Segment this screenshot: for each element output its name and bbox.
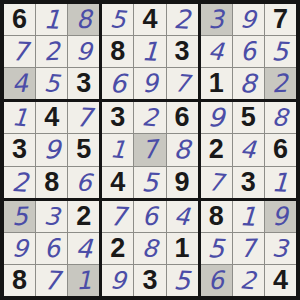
printed-given-digit: 4 <box>44 104 59 131</box>
cell-r7c7: 8 <box>201 201 232 232</box>
cell-r9c6: 5 <box>167 265 198 296</box>
cell-r3c6: 7 <box>167 68 198 99</box>
box-8: 764281935 <box>102 201 197 296</box>
handwritten-digit: 1 <box>109 137 126 163</box>
cell-r9c3: 1 <box>68 265 99 296</box>
cell-r4c7: 9 <box>201 102 232 133</box>
handwritten-digit: 7 <box>43 267 61 294</box>
printed-given-digit: 8 <box>110 38 125 65</box>
cell-r1c5: 4 <box>134 4 165 35</box>
cell-r3c3: 3 <box>68 68 99 99</box>
printed-given-digit: 4 <box>273 267 288 294</box>
cell-r7c6: 4 <box>167 201 198 232</box>
printed-given-digit: 3 <box>241 169 256 196</box>
cell-r7c5: 6 <box>134 201 165 232</box>
cell-r4c4: 3 <box>102 102 133 133</box>
box-7: 532964871 <box>4 201 99 296</box>
handwritten-digit: 5 <box>207 235 225 262</box>
printed-given-digit: 8 <box>44 169 59 196</box>
handwritten-digit: 2 <box>11 169 29 196</box>
cell-r8c2: 6 <box>36 233 67 264</box>
cell-r4c8: 5 <box>233 102 264 133</box>
handwritten-digit: 3 <box>272 236 289 262</box>
handwritten-digit: 2 <box>141 105 158 131</box>
cell-r4c3: 7 <box>68 102 99 133</box>
handwritten-digit: 9 <box>43 137 61 164</box>
cell-r9c5: 3 <box>134 265 165 296</box>
cell-r5c3: 5 <box>68 134 99 165</box>
printed-given-digit: 6 <box>12 6 27 33</box>
cell-r8c5: 8 <box>134 233 165 264</box>
cell-r4c5: 2 <box>134 102 165 133</box>
box-3: 397465182 <box>201 4 296 99</box>
box-5: 326178459 <box>102 102 197 197</box>
cell-r9c9: 4 <box>265 265 296 296</box>
printed-given-digit: 5 <box>241 104 256 131</box>
handwritten-digit: 9 <box>11 236 28 262</box>
cell-r9c7: 6 <box>201 265 232 296</box>
handwritten-digit: 8 <box>173 137 191 164</box>
cell-r5c5: 7 <box>134 134 165 165</box>
printed-given-digit: 7 <box>273 6 288 33</box>
handwritten-digit: 4 <box>207 39 224 65</box>
cell-r2c2: 2 <box>36 36 67 67</box>
handwritten-digit: 1 <box>75 268 92 294</box>
cell-r6c8: 3 <box>233 167 264 198</box>
handwritten-digit: 2 <box>173 6 191 33</box>
handwritten-digit: 1 <box>141 38 159 65</box>
cell-r8c7: 5 <box>201 233 232 264</box>
cell-r6c4: 4 <box>102 167 133 198</box>
cell-r3c9: 2 <box>265 68 296 99</box>
cell-r5c2: 9 <box>36 134 67 165</box>
handwritten-digit: 5 <box>43 71 60 97</box>
cell-r7c4: 7 <box>102 201 133 232</box>
sudoku-board: 6187294535428136973974651821473952863261… <box>0 0 300 300</box>
cell-r6c5: 5 <box>134 167 165 198</box>
handwritten-digit: 6 <box>239 39 257 65</box>
handwritten-digit: 7 <box>141 137 159 163</box>
handwritten-digit: 7 <box>109 203 127 230</box>
cell-r3c8: 8 <box>233 68 264 99</box>
printed-given-digit: 1 <box>209 70 224 97</box>
cell-r5c6: 8 <box>167 134 198 165</box>
cell-r5c8: 4 <box>233 134 264 165</box>
cell-r1c3: 8 <box>68 4 99 35</box>
cell-r6c7: 7 <box>201 167 232 198</box>
cell-r4c6: 6 <box>167 102 198 133</box>
handwritten-digit: 5 <box>271 38 289 65</box>
cell-r9c2: 7 <box>36 265 67 296</box>
cell-r7c8: 1 <box>233 201 264 232</box>
box-4: 147395286 <box>4 102 99 197</box>
cell-r1c7: 3 <box>201 4 232 35</box>
printed-given-digit: 4 <box>110 169 125 196</box>
printed-given-digit: 9 <box>175 169 190 196</box>
box-9: 819573624 <box>201 201 296 296</box>
handwritten-digit: 9 <box>75 39 92 65</box>
handwritten-digit: 4 <box>240 137 257 163</box>
cell-r8c3: 4 <box>68 233 99 264</box>
cell-r3c1: 4 <box>4 68 35 99</box>
handwritten-digit: 5 <box>173 267 191 294</box>
cell-r7c1: 5 <box>4 201 35 232</box>
handwritten-digit: 9 <box>142 71 159 97</box>
printed-given-digit: 2 <box>209 136 224 163</box>
cell-r9c1: 8 <box>4 265 35 296</box>
cell-r8c8: 7 <box>233 233 264 264</box>
cell-r7c3: 2 <box>68 201 99 232</box>
handwritten-digit: 4 <box>75 235 93 262</box>
cell-r2c4: 8 <box>102 36 133 67</box>
cell-r8c6: 1 <box>167 233 198 264</box>
cell-r6c2: 8 <box>36 167 67 198</box>
handwritten-digit: 1 <box>11 105 28 131</box>
cell-r4c2: 4 <box>36 102 67 133</box>
printed-given-digit: 6 <box>273 136 288 163</box>
cell-r1c1: 6 <box>4 4 35 35</box>
cell-r8c9: 3 <box>265 233 296 264</box>
cell-r7c2: 3 <box>36 201 67 232</box>
cell-r6c9: 1 <box>265 167 296 198</box>
handwritten-digit: 1 <box>43 6 61 33</box>
handwritten-digit: 7 <box>11 38 29 65</box>
printed-given-digit: 1 <box>175 235 190 262</box>
handwritten-digit: 7 <box>75 104 93 131</box>
printed-given-digit: 8 <box>209 203 224 230</box>
cell-r1c4: 5 <box>102 4 133 35</box>
handwritten-digit: 4 <box>173 203 190 229</box>
handwritten-digit: 6 <box>109 70 127 97</box>
handwritten-digit: 9 <box>207 104 225 131</box>
handwritten-digit: 2 <box>240 268 257 294</box>
box-2: 542813697 <box>102 4 197 99</box>
printed-given-digit: 4 <box>142 6 157 33</box>
printed-given-digit: 2 <box>76 203 91 230</box>
cell-r5c9: 6 <box>265 134 296 165</box>
cell-r3c4: 6 <box>102 68 133 99</box>
handwritten-digit: 6 <box>75 169 92 195</box>
handwritten-digit: 7 <box>240 236 257 262</box>
cell-r2c6: 3 <box>167 36 198 67</box>
cell-r2c3: 9 <box>68 36 99 67</box>
handwritten-digit: 8 <box>239 70 257 97</box>
cell-r2c8: 6 <box>233 36 264 67</box>
handwritten-digit: 4 <box>11 71 28 97</box>
handwritten-digit: 9 <box>109 268 126 294</box>
printed-given-digit: 3 <box>110 104 125 131</box>
cell-r3c7: 1 <box>201 68 232 99</box>
handwritten-digit: 3 <box>43 203 60 229</box>
handwritten-digit: 1 <box>239 203 257 230</box>
cell-r2c7: 4 <box>201 36 232 67</box>
cell-r3c2: 5 <box>36 68 67 99</box>
cell-r5c1: 3 <box>4 134 35 165</box>
handwritten-digit: 6 <box>142 203 159 229</box>
box-6: 958246731 <box>201 102 296 197</box>
cell-r6c6: 9 <box>167 167 198 198</box>
cell-r3c5: 9 <box>134 68 165 99</box>
handwritten-digit: 5 <box>11 203 28 229</box>
handwritten-digit: 7 <box>173 71 190 97</box>
cell-r2c9: 5 <box>265 36 296 67</box>
printed-given-digit: 2 <box>110 235 125 262</box>
printed-given-digit: 3 <box>12 136 27 163</box>
handwritten-digit: 9 <box>240 7 257 33</box>
cell-r2c5: 1 <box>134 36 165 67</box>
cell-r9c8: 2 <box>233 265 264 296</box>
handwritten-digit: 8 <box>75 7 92 33</box>
handwritten-digit: 2 <box>43 39 60 65</box>
cell-r1c2: 1 <box>36 4 67 35</box>
cell-r5c7: 2 <box>201 134 232 165</box>
printed-given-digit: 8 <box>12 267 27 294</box>
handwritten-digit: 6 <box>43 235 61 261</box>
handwritten-digit: 9 <box>272 203 289 229</box>
printed-given-digit: 3 <box>175 38 190 65</box>
cell-r8c4: 2 <box>102 233 133 264</box>
cell-r1c8: 9 <box>233 4 264 35</box>
box-1: 618729453 <box>4 4 99 99</box>
handwritten-digit: 8 <box>272 105 289 131</box>
cell-r4c9: 8 <box>265 102 296 133</box>
cell-r7c9: 9 <box>265 201 296 232</box>
cell-r1c9: 7 <box>265 4 296 35</box>
cell-r2c1: 7 <box>4 36 35 67</box>
cell-r6c1: 2 <box>4 167 35 198</box>
printed-given-digit: 3 <box>142 267 157 294</box>
cell-r1c6: 2 <box>167 4 198 35</box>
handwritten-digit: 5 <box>109 7 126 33</box>
printed-given-digit: 3 <box>76 70 91 97</box>
printed-given-digit: 6 <box>175 104 190 131</box>
handwritten-digit: 3 <box>208 7 225 33</box>
printed-given-digit: 5 <box>76 136 91 163</box>
handwritten-digit: 1 <box>271 169 289 196</box>
handwritten-digit: 2 <box>272 71 289 97</box>
cell-r8c1: 9 <box>4 233 35 264</box>
cell-r6c3: 6 <box>68 167 99 198</box>
cell-r9c4: 9 <box>102 265 133 296</box>
handwritten-digit: 6 <box>208 268 225 294</box>
cell-r4c1: 1 <box>4 102 35 133</box>
cell-r5c4: 1 <box>102 134 133 165</box>
handwritten-digit: 7 <box>207 169 224 195</box>
handwritten-digit: 8 <box>141 236 158 262</box>
handwritten-digit: 5 <box>141 169 159 196</box>
